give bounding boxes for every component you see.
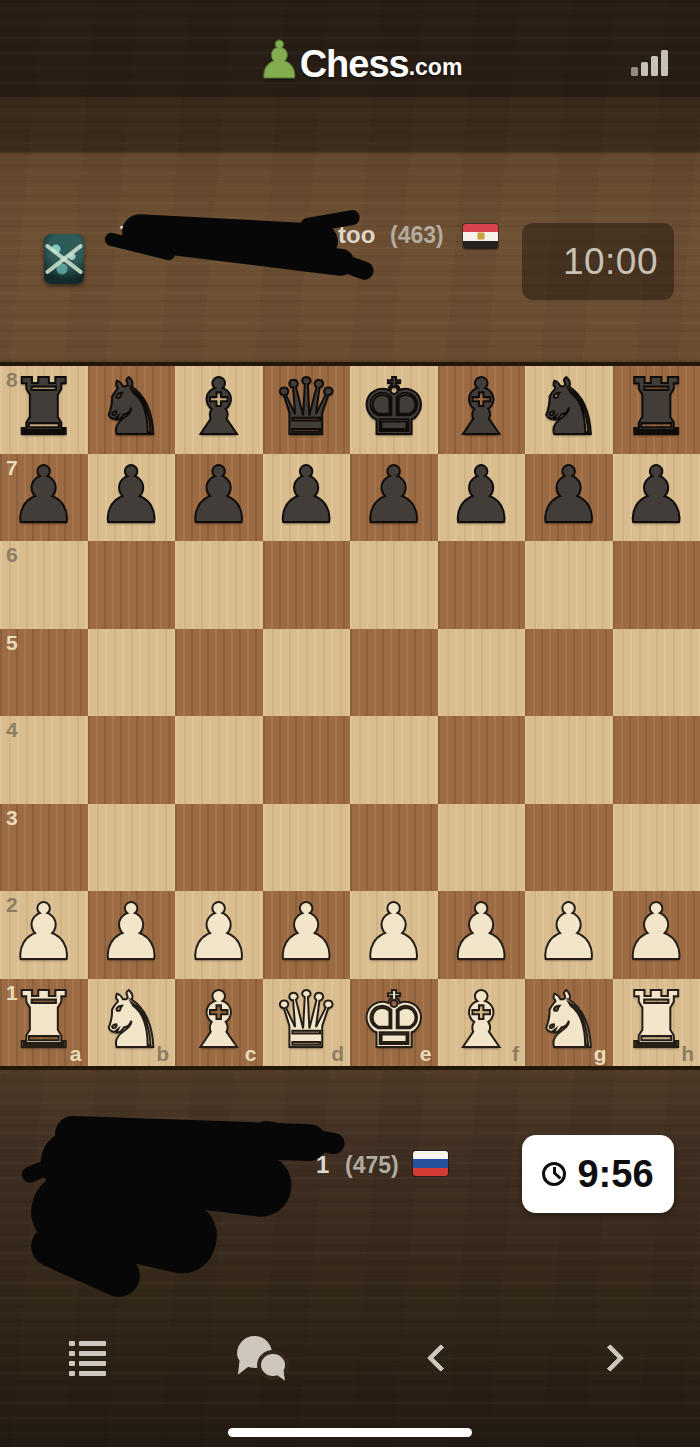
piece-white-pawn[interactable]: ♟ <box>446 889 516 976</box>
square-d7[interactable]: ♟ <box>263 454 351 542</box>
piece-black-pawn[interactable]: ♟ <box>96 452 166 539</box>
piece-black-knight[interactable]: ♞ <box>96 364 166 451</box>
square-g6[interactable] <box>525 541 613 629</box>
moves-list-button[interactable] <box>55 1326 119 1390</box>
opponent-rating: (463) <box>390 222 444 249</box>
opponent-clock-time: 10:00 <box>563 241 658 283</box>
square-a2[interactable]: 2♟ <box>0 891 88 979</box>
square-f5[interactable] <box>438 629 526 717</box>
square-a7[interactable]: 7♟ <box>0 454 88 542</box>
chesscom-logo: ♟ Chess .com <box>256 34 462 86</box>
square-d3[interactable] <box>263 804 351 892</box>
square-h5[interactable] <box>613 629 700 717</box>
square-b5[interactable] <box>88 629 176 717</box>
brand-tld: .com <box>409 48 463 86</box>
square-d8[interactable]: ♛ <box>263 366 351 454</box>
square-a4[interactable]: 4 <box>0 716 88 804</box>
rank-label-4: 4 <box>6 719 18 740</box>
piece-white-pawn[interactable]: ♟ <box>96 889 166 976</box>
square-f3[interactable] <box>438 804 526 892</box>
square-b2[interactable]: ♟ <box>88 891 176 979</box>
square-c7[interactable]: ♟ <box>175 454 263 542</box>
piece-white-pawn[interactable]: ♟ <box>359 889 429 976</box>
piece-white-knight[interactable]: ♞ <box>534 977 604 1064</box>
rank-label-6: 6 <box>6 544 18 565</box>
square-f4[interactable] <box>438 716 526 804</box>
chevron-left-icon <box>427 1344 455 1372</box>
square-g7[interactable]: ♟ <box>525 454 613 542</box>
piece-black-pawn[interactable]: ♟ <box>534 452 604 539</box>
square-b6[interactable] <box>88 541 176 629</box>
piece-black-king[interactable]: ♚ <box>359 364 429 451</box>
square-f1[interactable]: f♝ <box>438 979 526 1067</box>
piece-black-pawn[interactable]: ♟ <box>271 452 341 539</box>
square-e2[interactable]: ♟ <box>350 891 438 979</box>
rank-label-3: 3 <box>6 807 18 828</box>
piece-white-rook[interactable]: ♜ <box>9 977 79 1064</box>
opponent-avatar[interactable] <box>44 234 84 284</box>
square-e8[interactable]: ♚ <box>350 366 438 454</box>
square-b4[interactable] <box>88 716 176 804</box>
square-d4[interactable] <box>263 716 351 804</box>
rank-label-5: 5 <box>6 632 18 653</box>
square-h6[interactable] <box>613 541 700 629</box>
square-a6[interactable]: 6 <box>0 541 88 629</box>
square-c3[interactable] <box>175 804 263 892</box>
clock-icon <box>542 1162 566 1186</box>
piece-black-bishop[interactable]: ♝ <box>446 364 516 451</box>
piece-black-bishop[interactable]: ♝ <box>184 364 254 451</box>
piece-white-pawn[interactable]: ♟ <box>534 889 604 976</box>
piece-black-queen[interactable]: ♛ <box>271 364 341 451</box>
piece-black-knight[interactable]: ♞ <box>534 364 604 451</box>
piece-black-pawn[interactable]: ♟ <box>9 452 79 539</box>
piece-white-queen[interactable]: ♛ <box>271 977 341 1064</box>
square-c6[interactable] <box>175 541 263 629</box>
square-c4[interactable] <box>175 716 263 804</box>
square-h1[interactable]: h♜ <box>613 979 700 1067</box>
square-e5[interactable] <box>350 629 438 717</box>
piece-black-pawn[interactable]: ♟ <box>359 452 429 539</box>
board-grid: 8♜♞♝♛♚♝♞♜7♟♟♟♟♟♟♟♟65432♟♟♟♟♟♟♟♟1a♜b♞c♝d♛… <box>0 366 700 1066</box>
square-f7[interactable]: ♟ <box>438 454 526 542</box>
square-a8[interactable]: 8♜ <box>0 366 88 454</box>
piece-black-pawn[interactable]: ♟ <box>621 452 691 539</box>
chevron-right-icon <box>596 1344 624 1372</box>
square-f2[interactable]: ♟ <box>438 891 526 979</box>
square-c8[interactable]: ♝ <box>175 366 263 454</box>
square-e1[interactable]: e♚ <box>350 979 438 1067</box>
square-d5[interactable] <box>263 629 351 717</box>
piece-black-rook[interactable]: ♜ <box>621 364 691 451</box>
square-g5[interactable] <box>525 629 613 717</box>
square-b8[interactable]: ♞ <box>88 366 176 454</box>
square-h2[interactable]: ♟ <box>613 891 700 979</box>
square-h4[interactable] <box>613 716 700 804</box>
chat-button[interactable] <box>230 1326 294 1390</box>
chess-board: 8♜♞♝♛♚♝♞♜7♟♟♟♟♟♟♟♟65432♟♟♟♟♟♟♟♟1a♜b♞c♝d♛… <box>0 362 700 1070</box>
square-g1[interactable]: g♞ <box>525 979 613 1067</box>
square-g4[interactable] <box>525 716 613 804</box>
square-d1[interactable]: d♛ <box>263 979 351 1067</box>
square-b7[interactable]: ♟ <box>88 454 176 542</box>
square-e7[interactable]: ♟ <box>350 454 438 542</box>
square-d2[interactable]: ♟ <box>263 891 351 979</box>
piece-white-king[interactable]: ♚ <box>359 977 429 1064</box>
chat-bubbles-icon <box>237 1336 287 1380</box>
piece-white-knight[interactable]: ♞ <box>96 977 166 1064</box>
piece-white-pawn[interactable]: ♟ <box>184 889 254 976</box>
piece-white-bishop[interactable]: ♝ <box>184 977 254 1064</box>
brand-name: Chess <box>300 42 409 86</box>
piece-white-pawn[interactable]: ♟ <box>621 889 691 976</box>
signal-bars-icon <box>631 50 668 76</box>
back-button[interactable] <box>406 1326 470 1390</box>
player-clock-active: 9:56 <box>522 1135 674 1213</box>
app-screen: ♟ Chess .com Th too (463) 10:00 8♜♞♝♛♚♝♞… <box>0 0 700 1447</box>
piece-white-pawn[interactable]: ♟ <box>271 889 341 976</box>
piece-black-pawn[interactable]: ♟ <box>446 452 516 539</box>
pawn-logo-icon: ♟ <box>256 34 303 86</box>
forward-button[interactable] <box>581 1326 645 1390</box>
home-indicator[interactable] <box>228 1428 472 1437</box>
square-c2[interactable]: ♟ <box>175 891 263 979</box>
russia-flag <box>413 1151 448 1176</box>
square-e4[interactable] <box>350 716 438 804</box>
piece-white-rook[interactable]: ♜ <box>621 977 691 1064</box>
square-b3[interactable] <box>88 804 176 892</box>
square-e6[interactable] <box>350 541 438 629</box>
player-clock-time: 9:56 <box>577 1153 653 1196</box>
opponent-clock: 10:00 <box>522 223 674 300</box>
square-a3[interactable]: 3 <box>0 804 88 892</box>
list-icon <box>69 1341 106 1376</box>
square-c5[interactable] <box>175 629 263 717</box>
piece-black-rook[interactable]: ♜ <box>9 364 79 451</box>
square-h3[interactable] <box>613 804 700 892</box>
square-d6[interactable] <box>263 541 351 629</box>
player-rating: (475) <box>345 1152 399 1179</box>
square-g3[interactable] <box>525 804 613 892</box>
piece-white-bishop[interactable]: ♝ <box>446 977 516 1064</box>
square-a5[interactable]: 5 <box>0 629 88 717</box>
square-h8[interactable]: ♜ <box>613 366 700 454</box>
square-h7[interactable]: ♟ <box>613 454 700 542</box>
square-b1[interactable]: b♞ <box>88 979 176 1067</box>
square-g2[interactable]: ♟ <box>525 891 613 979</box>
egypt-flag <box>463 224 498 249</box>
square-f6[interactable] <box>438 541 526 629</box>
square-a1[interactable]: 1a♜ <box>0 979 88 1067</box>
piece-white-pawn[interactable]: ♟ <box>9 889 79 976</box>
square-e3[interactable] <box>350 804 438 892</box>
square-c1[interactable]: c♝ <box>175 979 263 1067</box>
piece-black-pawn[interactable]: ♟ <box>184 452 254 539</box>
square-f8[interactable]: ♝ <box>438 366 526 454</box>
square-g8[interactable]: ♞ <box>525 366 613 454</box>
